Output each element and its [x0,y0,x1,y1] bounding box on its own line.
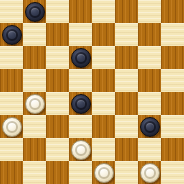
square-h3[interactable] [161,115,184,138]
square-a8[interactable] [0,0,23,23]
square-b4[interactable] [23,92,46,115]
square-d8[interactable] [69,0,92,23]
square-c4[interactable] [46,92,69,115]
square-h6[interactable] [161,46,184,69]
square-g4[interactable] [138,92,161,115]
square-e3[interactable] [92,115,115,138]
square-h8[interactable] [161,0,184,23]
square-f3[interactable] [115,115,138,138]
square-a1[interactable] [0,161,23,184]
black-man-piece[interactable] [25,2,45,22]
square-d2[interactable] [69,138,92,161]
square-d4[interactable] [69,92,92,115]
square-b5[interactable] [23,69,46,92]
square-g8[interactable] [138,0,161,23]
square-c1[interactable] [46,161,69,184]
white-man-piece[interactable] [94,163,114,183]
square-g2[interactable] [138,138,161,161]
square-d3[interactable] [69,115,92,138]
square-a4[interactable] [0,92,23,115]
square-e5[interactable] [92,69,115,92]
square-g6[interactable] [138,46,161,69]
square-c8[interactable] [46,0,69,23]
square-e4[interactable] [92,92,115,115]
square-b1[interactable] [23,161,46,184]
square-h1[interactable] [161,161,184,184]
square-f2[interactable] [115,138,138,161]
checkers-board [0,0,184,184]
square-f4[interactable] [115,92,138,115]
white-man-piece[interactable] [25,94,45,114]
square-c3[interactable] [46,115,69,138]
square-d6[interactable] [69,46,92,69]
square-h4[interactable] [161,92,184,115]
square-f7[interactable] [115,23,138,46]
square-g7[interactable] [138,23,161,46]
square-b7[interactable] [23,23,46,46]
square-d5[interactable] [69,69,92,92]
white-man-piece[interactable] [2,117,22,137]
square-b3[interactable] [23,115,46,138]
square-e1[interactable] [92,161,115,184]
square-b8[interactable] [23,0,46,23]
square-e8[interactable] [92,0,115,23]
square-g3[interactable] [138,115,161,138]
square-b2[interactable] [23,138,46,161]
square-b6[interactable] [23,46,46,69]
square-e2[interactable] [92,138,115,161]
square-h2[interactable] [161,138,184,161]
black-man-piece[interactable] [71,94,91,114]
square-a3[interactable] [0,115,23,138]
square-a2[interactable] [0,138,23,161]
white-man-piece[interactable] [71,140,91,160]
square-f5[interactable] [115,69,138,92]
square-g1[interactable] [138,161,161,184]
square-c6[interactable] [46,46,69,69]
square-f8[interactable] [115,0,138,23]
square-a5[interactable] [0,69,23,92]
square-c7[interactable] [46,23,69,46]
square-h5[interactable] [161,69,184,92]
square-a7[interactable] [0,23,23,46]
square-e7[interactable] [92,23,115,46]
square-d1[interactable] [69,161,92,184]
white-man-piece[interactable] [140,163,160,183]
square-g5[interactable] [138,69,161,92]
square-f1[interactable] [115,161,138,184]
black-man-piece[interactable] [140,117,160,137]
square-d7[interactable] [69,23,92,46]
square-f6[interactable] [115,46,138,69]
black-man-piece[interactable] [2,25,22,45]
square-e6[interactable] [92,46,115,69]
square-a6[interactable] [0,46,23,69]
black-man-piece[interactable] [71,48,91,68]
square-c2[interactable] [46,138,69,161]
square-c5[interactable] [46,69,69,92]
square-h7[interactable] [161,23,184,46]
